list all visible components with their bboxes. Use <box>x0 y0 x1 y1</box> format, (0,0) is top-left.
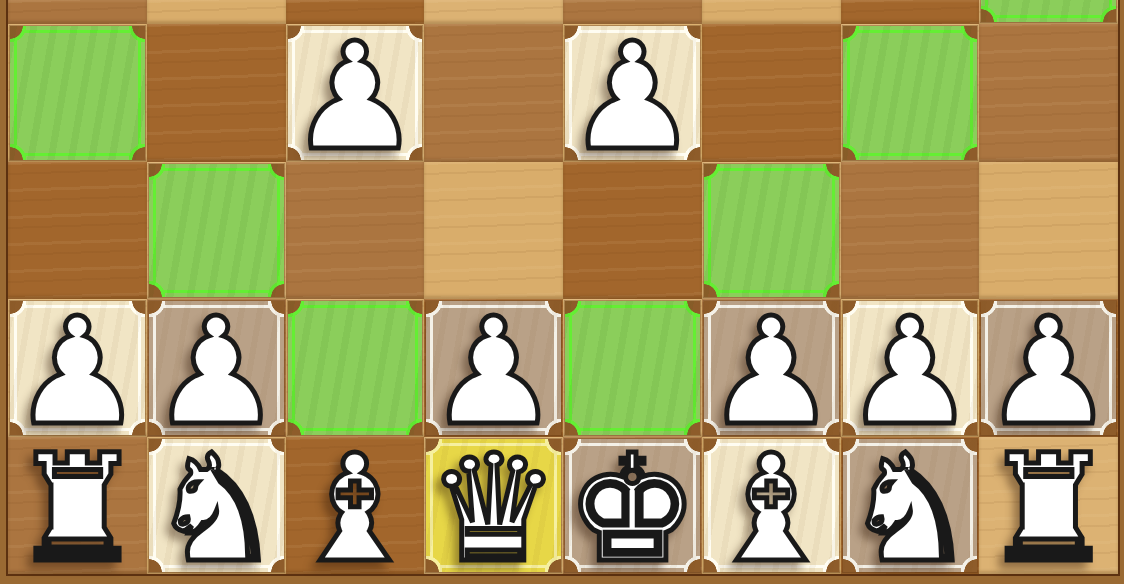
tile-corner-notch <box>565 301 592 328</box>
legal-move-highlight <box>981 0 1116 22</box>
square-f5[interactable] <box>702 0 841 24</box>
white-pawn[interactable]: ♟ <box>424 303 563 441</box>
tile-corner-notch <box>843 26 870 53</box>
square-g3[interactable] <box>841 162 980 300</box>
square-e1[interactable]: ♚ <box>563 437 702 575</box>
white-pawn[interactable]: ♟ <box>841 303 980 441</box>
white-rook[interactable]: ♜ <box>979 441 1118 579</box>
tile-corner-notch <box>981 0 1008 22</box>
white-bishop[interactable]: ♝ <box>286 441 425 579</box>
square-d2[interactable]: ♟ <box>424 299 563 437</box>
square-h1[interactable]: ♜ <box>979 437 1118 575</box>
tile-corner-notch <box>843 133 870 160</box>
chess-app-window: ♟♟♟♟♟♟♟♟♜♞♝♛♚♝♞♜ <box>0 0 1124 584</box>
legal-move-highlight <box>149 164 284 298</box>
square-e3[interactable] <box>563 162 702 300</box>
tile-corner-notch <box>118 26 145 53</box>
square-c2[interactable] <box>286 299 425 437</box>
board-grid: ♟♟♟♟♟♟♟♟♜♞♝♛♚♝♞♜ <box>8 0 1118 574</box>
square-f2[interactable]: ♟ <box>702 299 841 437</box>
legal-move-highlight <box>10 26 145 160</box>
square-a5[interactable] <box>8 0 147 24</box>
square-c3[interactable] <box>286 162 425 300</box>
square-d3[interactable] <box>424 162 563 300</box>
square-d5[interactable] <box>424 0 563 24</box>
square-a1[interactable]: ♜ <box>8 437 147 575</box>
tile-corner-notch <box>950 26 977 53</box>
tile-corner-notch <box>118 133 145 160</box>
square-f1[interactable]: ♝ <box>702 437 841 575</box>
square-h5[interactable] <box>979 0 1118 24</box>
square-b2[interactable]: ♟ <box>147 299 286 437</box>
tile-corner-notch <box>1089 0 1116 22</box>
square-e4[interactable]: ♟ <box>563 24 702 162</box>
legal-move-highlight <box>843 26 978 160</box>
square-h3[interactable] <box>979 162 1118 300</box>
white-pawn[interactable]: ♟ <box>286 28 425 166</box>
square-b4[interactable] <box>147 24 286 162</box>
square-e2[interactable] <box>563 299 702 437</box>
square-c1[interactable]: ♝ <box>286 437 425 575</box>
tile-corner-notch <box>149 164 176 191</box>
white-bishop[interactable]: ♝ <box>702 441 841 579</box>
square-f3[interactable] <box>702 162 841 300</box>
white-rook[interactable]: ♜ <box>8 441 147 579</box>
white-king[interactable]: ♚ <box>563 441 702 579</box>
square-c4[interactable]: ♟ <box>286 24 425 162</box>
white-pawn[interactable]: ♟ <box>147 303 286 441</box>
white-pawn[interactable]: ♟ <box>702 303 841 441</box>
legal-move-highlight <box>704 164 839 298</box>
white-knight[interactable]: ♞ <box>147 441 286 579</box>
tile-corner-notch <box>704 164 731 191</box>
square-h4[interactable] <box>979 24 1118 162</box>
legal-move-highlight <box>565 301 700 435</box>
square-d4[interactable] <box>424 24 563 162</box>
white-pawn[interactable]: ♟ <box>563 28 702 166</box>
square-b3[interactable] <box>147 162 286 300</box>
tile-corner-notch <box>257 164 284 191</box>
square-h2[interactable]: ♟ <box>979 299 1118 437</box>
square-f4[interactable] <box>702 24 841 162</box>
square-d1[interactable]: ♛ <box>424 437 563 575</box>
chess-board: ♟♟♟♟♟♟♟♟♜♞♝♛♚♝♞♜ <box>0 0 1124 584</box>
square-g1[interactable]: ♞ <box>841 437 980 575</box>
square-g5[interactable] <box>841 0 980 24</box>
white-knight[interactable]: ♞ <box>841 441 980 579</box>
white-queen[interactable]: ♛ <box>424 441 563 579</box>
tile-corner-notch <box>10 133 37 160</box>
square-b1[interactable]: ♞ <box>147 437 286 575</box>
white-pawn[interactable]: ♟ <box>979 303 1118 441</box>
white-pawn[interactable]: ♟ <box>8 303 147 441</box>
tile-corner-notch <box>812 164 839 191</box>
tile-corner-notch <box>10 26 37 53</box>
tile-corner-notch <box>395 301 422 328</box>
tile-corner-notch <box>288 301 315 328</box>
square-b5[interactable] <box>147 0 286 24</box>
square-g2[interactable]: ♟ <box>841 299 980 437</box>
square-a3[interactable] <box>8 162 147 300</box>
square-a4[interactable] <box>8 24 147 162</box>
tile-corner-notch <box>950 133 977 160</box>
square-g4[interactable] <box>841 24 980 162</box>
legal-move-highlight <box>288 301 423 435</box>
tile-corner-notch <box>673 301 700 328</box>
square-a2[interactable]: ♟ <box>8 299 147 437</box>
